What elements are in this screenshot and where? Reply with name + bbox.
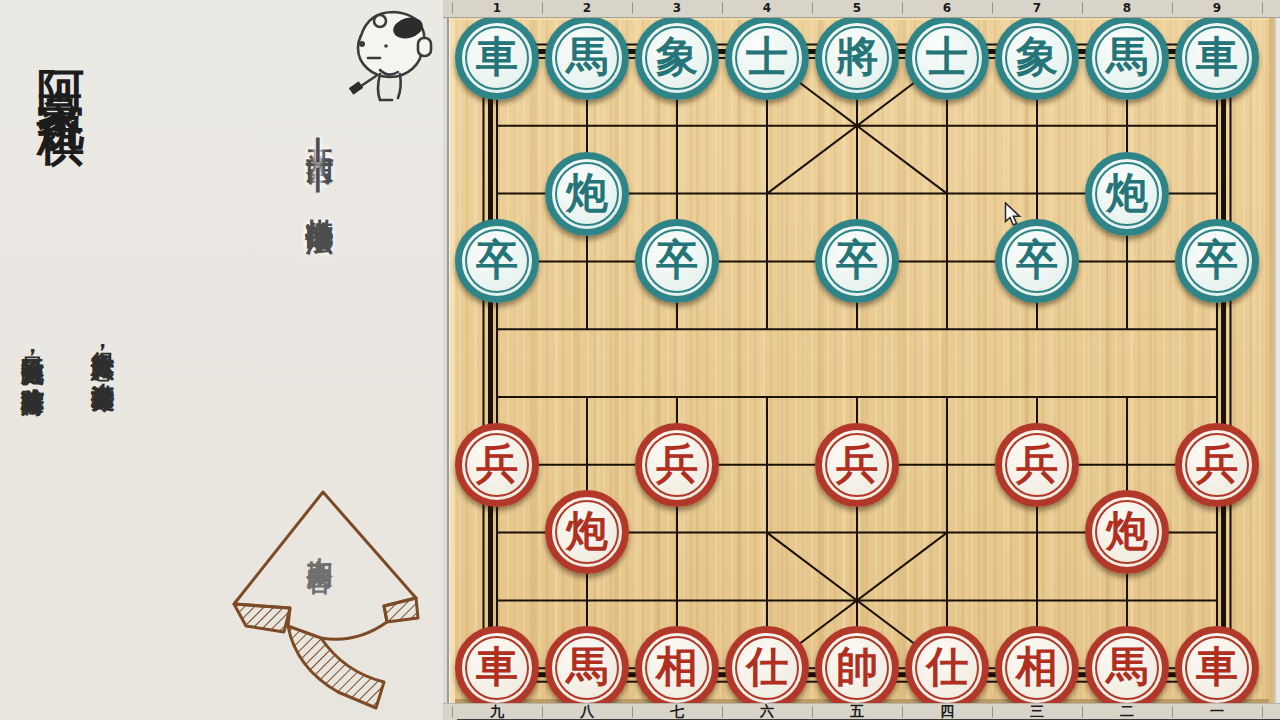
piece-ring: 象 — [1005, 26, 1069, 90]
piece-ring: 兵 — [1005, 433, 1069, 497]
piece-character: 士 — [926, 36, 968, 78]
board-point-f3r4: 卒 — [632, 227, 722, 295]
piece-character: 炮 — [566, 172, 608, 214]
piece-ring: 馬 — [555, 26, 619, 90]
piece-character: 炮 — [1106, 510, 1148, 552]
piece-ring: 炮 — [555, 162, 619, 226]
piece-ring: 馬 — [555, 636, 619, 700]
board-point-f3r1: 象 — [632, 24, 722, 92]
piece-ring: 卒 — [1005, 229, 1069, 293]
file-label-八: 八 — [542, 704, 632, 719]
piece-character: 仕 — [746, 646, 788, 688]
board-point-f7r1: 象 — [992, 24, 1082, 92]
piece-red-炮[interactable]: 炮 — [545, 490, 629, 574]
board-point-f2r8: 炮 — [542, 499, 632, 567]
strip-divider — [632, 706, 633, 718]
piece-character: 車 — [1196, 36, 1238, 78]
strip-divider — [1172, 706, 1173, 718]
board-point-f8r3: 炮 — [1082, 160, 1172, 228]
file-label-3: 3 — [632, 0, 722, 16]
board-point-f2r3: 炮 — [542, 160, 632, 228]
piece-character: 象 — [656, 36, 698, 78]
board-point-f3r10: 相 — [632, 634, 722, 702]
piece-red-兵[interactable]: 兵 — [455, 423, 539, 507]
piece-character: 將 — [836, 36, 878, 78]
strip-divider — [812, 706, 813, 718]
strip-divider — [992, 2, 993, 14]
piece-red-兵[interactable]: 兵 — [815, 423, 899, 507]
xiangqi-board[interactable]: 車馬象士將士象馬車炮炮卒卒卒卒卒兵兵兵兵兵炮炮車馬相仕帥仕相馬車 — [450, 17, 1274, 703]
left-panel: 阿豪说棋 得意之时休大意，小卒过河亦英雄。 最险不过当头炮，难防莫非转角马。 开… — [0, 0, 443, 720]
arrow-content-label: 本期内容 — [303, 537, 338, 549]
piece-character: 馬 — [566, 646, 608, 688]
mascot-dog-icon — [328, 4, 446, 106]
piece-black-象[interactable]: 象 — [635, 17, 719, 100]
arrow-up-illustration — [226, 486, 424, 714]
piece-character: 相 — [656, 646, 698, 688]
piece-character: 炮 — [566, 510, 608, 552]
piece-black-卒[interactable]: 卒 — [635, 219, 719, 303]
episode-heading: 开门大吉——棋谱的读法 — [300, 128, 338, 206]
piece-character: 車 — [1196, 646, 1238, 688]
piece-red-兵[interactable]: 兵 — [1175, 423, 1259, 507]
strip-divider — [542, 2, 543, 14]
strip-divider — [992, 706, 993, 718]
file-label-四: 四 — [902, 704, 992, 719]
strip-divider — [1172, 2, 1173, 14]
strip-divider — [1082, 2, 1083, 14]
piece-character: 兵 — [1196, 443, 1238, 485]
piece-red-帥[interactable]: 帥 — [815, 626, 899, 703]
board-point-f5r10: 帥 — [812, 634, 902, 702]
piece-ring: 士 — [915, 26, 979, 90]
piece-black-將[interactable]: 將 — [815, 17, 899, 100]
file-label-5: 5 — [812, 0, 902, 16]
piece-ring: 相 — [1005, 636, 1069, 700]
strip-divider — [722, 706, 723, 718]
piece-character: 相 — [1016, 646, 1058, 688]
board-point-f5r4: 卒 — [812, 227, 902, 295]
piece-character: 兵 — [476, 443, 518, 485]
strip-divider — [902, 2, 903, 14]
piece-ring: 馬 — [1095, 26, 1159, 90]
piece-character: 象 — [1016, 36, 1058, 78]
strip-divider — [632, 2, 633, 14]
piece-ring: 士 — [735, 26, 799, 90]
piece-red-仕[interactable]: 仕 — [905, 626, 989, 703]
piece-red-炮[interactable]: 炮 — [1085, 490, 1169, 574]
piece-red-馬[interactable]: 馬 — [1085, 626, 1169, 703]
board-point-f9r1: 車 — [1172, 24, 1262, 92]
piece-character: 卒 — [656, 239, 698, 281]
piece-character: 兵 — [656, 443, 698, 485]
piece-ring: 兵 — [645, 433, 709, 497]
file-numbers-top: 123456789 — [443, 0, 1280, 18]
board-point-f5r7: 兵 — [812, 431, 902, 499]
piece-character: 車 — [476, 36, 518, 78]
piece-ring: 車 — [465, 26, 529, 90]
file-label-七: 七 — [632, 704, 722, 719]
strip-divider — [452, 2, 453, 14]
piece-black-卒[interactable]: 卒 — [995, 219, 1079, 303]
board-point-f7r10: 相 — [992, 634, 1082, 702]
piece-ring: 兵 — [825, 433, 889, 497]
piece-ring: 仕 — [735, 636, 799, 700]
piece-ring: 炮 — [555, 500, 619, 564]
piece-ring: 車 — [465, 636, 529, 700]
file-label-1: 1 — [452, 0, 542, 16]
piece-character: 卒 — [1196, 239, 1238, 281]
piece-ring: 象 — [645, 26, 709, 90]
piece-ring: 相 — [645, 636, 709, 700]
piece-character: 馬 — [1106, 646, 1148, 688]
piece-ring: 兵 — [465, 433, 529, 497]
piece-character: 士 — [746, 36, 788, 78]
piece-ring: 兵 — [1185, 433, 1249, 497]
strip-divider — [1262, 706, 1263, 718]
strip-divider — [542, 706, 543, 718]
piece-red-兵[interactable]: 兵 — [995, 423, 1079, 507]
piece-ring: 車 — [1185, 636, 1249, 700]
strip-divider — [902, 706, 903, 718]
piece-red-車[interactable]: 車 — [455, 626, 539, 703]
piece-character: 兵 — [836, 443, 878, 485]
piece-black-車[interactable]: 車 — [455, 17, 539, 100]
board-point-f6r10: 仕 — [902, 634, 992, 702]
window-frame-right — [1274, 0, 1280, 720]
board-point-f1r1: 車 — [452, 24, 542, 92]
strip-divider — [722, 2, 723, 14]
board-point-f9r4: 卒 — [1172, 227, 1262, 295]
file-label-4: 4 — [722, 0, 812, 16]
file-label-六: 六 — [722, 704, 812, 719]
board-point-f5r1: 將 — [812, 24, 902, 92]
file-numbers-bottom: 九八七六五四三二一 — [443, 703, 1280, 720]
piece-ring: 卒 — [645, 229, 709, 293]
pieces-layer: 車馬象士將士象馬車炮炮卒卒卒卒卒兵兵兵兵兵炮炮車馬相仕帥仕相馬車 — [452, 24, 1262, 702]
piece-character: 帥 — [836, 646, 878, 688]
board-point-f4r10: 仕 — [722, 634, 812, 702]
piece-black-炮[interactable]: 炮 — [545, 152, 629, 236]
board-point-f6r1: 士 — [902, 24, 992, 92]
piece-black-士[interactable]: 士 — [725, 17, 809, 100]
board-point-f7r7: 兵 — [992, 431, 1082, 499]
file-label-2: 2 — [542, 0, 632, 16]
piece-character: 馬 — [566, 36, 608, 78]
file-label-7: 7 — [992, 0, 1082, 16]
board-point-f9r10: 車 — [1172, 634, 1262, 702]
piece-character: 卒 — [836, 239, 878, 281]
piece-character: 卒 — [476, 239, 518, 281]
board-point-f9r7: 兵 — [1172, 431, 1262, 499]
board-point-f8r8: 炮 — [1082, 499, 1172, 567]
piece-ring: 車 — [1185, 26, 1249, 90]
file-label-五: 五 — [812, 704, 902, 719]
board-point-f1r10: 車 — [452, 634, 542, 702]
piece-character: 炮 — [1106, 172, 1148, 214]
board-point-f1r7: 兵 — [452, 431, 542, 499]
piece-red-仕[interactable]: 仕 — [725, 626, 809, 703]
piece-character: 仕 — [926, 646, 968, 688]
strip-divider — [452, 706, 453, 718]
board-point-f1r4: 卒 — [452, 227, 542, 295]
piece-character: 卒 — [1016, 239, 1058, 281]
video-frame: 阿豪说棋 得意之时休大意，小卒过河亦英雄。 最险不过当头炮，难防莫非转角马。 开… — [0, 0, 1280, 720]
file-label-8: 8 — [1082, 0, 1172, 16]
piece-red-馬[interactable]: 馬 — [545, 626, 629, 703]
piece-black-象[interactable]: 象 — [995, 17, 1079, 100]
piece-red-相[interactable]: 相 — [995, 626, 1079, 703]
piece-black-卒[interactable]: 卒 — [455, 219, 539, 303]
file-label-一: 一 — [1172, 704, 1262, 719]
piece-black-馬[interactable]: 馬 — [1085, 17, 1169, 100]
strip-divider — [1082, 706, 1083, 718]
file-label-9: 9 — [1172, 0, 1262, 16]
board-point-f4r1: 士 — [722, 24, 812, 92]
file-label-6: 6 — [902, 0, 992, 16]
strip-divider — [812, 2, 813, 14]
board-point-f2r1: 馬 — [542, 24, 632, 92]
piece-red-兵[interactable]: 兵 — [635, 423, 719, 507]
file-label-九: 九 — [452, 704, 542, 719]
board-point-f3r7: 兵 — [632, 431, 722, 499]
piece-black-士[interactable]: 士 — [905, 17, 989, 100]
piece-ring: 馬 — [1095, 636, 1159, 700]
mouse-cursor-icon — [1004, 202, 1024, 228]
strip-divider — [1262, 2, 1263, 14]
piece-character: 車 — [476, 646, 518, 688]
board-point-f8r10: 馬 — [1082, 634, 1172, 702]
show-title: 阿豪说棋 — [30, 34, 93, 98]
piece-character: 馬 — [1106, 36, 1148, 78]
file-label-二: 二 — [1082, 704, 1172, 719]
piece-black-馬[interactable]: 馬 — [545, 17, 629, 100]
piece-ring: 卒 — [1185, 229, 1249, 293]
piece-red-車[interactable]: 車 — [1175, 626, 1259, 703]
board-point-f8r1: 馬 — [1082, 24, 1172, 92]
piece-ring: 卒 — [825, 229, 889, 293]
board-point-f7r4: 卒 — [992, 227, 1082, 295]
piece-black-炮[interactable]: 炮 — [1085, 152, 1169, 236]
poem-line-2: 最险不过当头炮，难防莫非转角马。 — [18, 338, 49, 400]
piece-ring: 卒 — [465, 229, 529, 293]
piece-ring: 仕 — [915, 636, 979, 700]
poem-line-1: 得意之时休大意，小卒过河亦英雄。 — [88, 333, 119, 395]
piece-black-卒[interactable]: 卒 — [1175, 219, 1259, 303]
piece-black-車[interactable]: 車 — [1175, 17, 1259, 100]
piece-red-相[interactable]: 相 — [635, 626, 719, 703]
piece-ring: 將 — [825, 26, 889, 90]
piece-ring: 帥 — [825, 636, 889, 700]
piece-ring: 炮 — [1095, 500, 1159, 564]
file-label-三: 三 — [992, 704, 1082, 719]
piece-ring: 炮 — [1095, 162, 1159, 226]
board-point-f2r10: 馬 — [542, 634, 632, 702]
piece-black-卒[interactable]: 卒 — [815, 219, 899, 303]
piece-character: 兵 — [1016, 443, 1058, 485]
